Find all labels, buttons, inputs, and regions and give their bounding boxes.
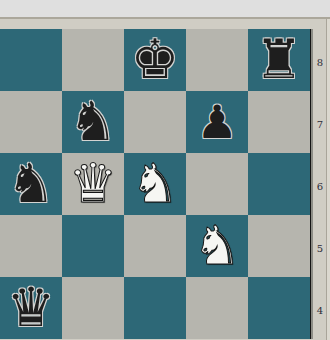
square-g5[interactable]: ♞: [186, 215, 248, 277]
square-h8[interactable]: ♜: [248, 29, 310, 91]
square-f6[interactable]: ♞: [124, 153, 186, 215]
square-d8[interactable]: [0, 29, 62, 91]
piece-black-knight[interactable]: ♞: [0, 153, 62, 215]
piece-white-knight[interactable]: ♞: [186, 215, 248, 277]
square-d7[interactable]: [0, 91, 62, 153]
rank-label-5: 5: [313, 218, 327, 280]
rank-label-6: 6: [313, 156, 327, 218]
square-d6[interactable]: ♞: [0, 153, 62, 215]
square-d5[interactable]: [0, 215, 62, 277]
piece-black-knight[interactable]: ♞: [62, 91, 124, 153]
piece-black-rook[interactable]: ♜: [248, 29, 310, 91]
rank-label-4: 4: [313, 280, 327, 340]
square-h7[interactable]: [248, 91, 310, 153]
piece-white-knight[interactable]: ♞: [124, 153, 186, 215]
square-h5[interactable]: [248, 215, 310, 277]
square-h6[interactable]: [248, 153, 310, 215]
chess-app-window: ♚♜♞♟♞♛♞♞♛ 87654: [0, 0, 330, 340]
piece-black-queen[interactable]: ♛: [0, 277, 62, 339]
chess-board[interactable]: ♚♜♞♟♞♛♞♞♛: [0, 29, 310, 339]
square-g4[interactable]: [186, 277, 248, 339]
square-f5[interactable]: [124, 215, 186, 277]
rank-label-7: 7: [313, 94, 327, 156]
square-h4[interactable]: [248, 277, 310, 339]
square-f4[interactable]: [124, 277, 186, 339]
square-g8[interactable]: [186, 29, 248, 91]
piece-black-king[interactable]: ♚: [124, 29, 186, 91]
square-e6[interactable]: ♛: [62, 153, 124, 215]
piece-black-pawn[interactable]: ♟: [186, 91, 248, 153]
square-e5[interactable]: [62, 215, 124, 277]
square-f8[interactable]: ♚: [124, 29, 186, 91]
square-e7[interactable]: ♞: [62, 91, 124, 153]
square-g7[interactable]: ♟: [186, 91, 248, 153]
piece-white-queen[interactable]: ♛: [62, 153, 124, 215]
square-f7[interactable]: [124, 91, 186, 153]
square-e8[interactable]: [62, 29, 124, 91]
square-g6[interactable]: [186, 153, 248, 215]
window-top-bar: [0, 0, 330, 19]
square-e4[interactable]: [62, 277, 124, 339]
square-d4[interactable]: ♛: [0, 277, 62, 339]
rank-label-8: 8: [313, 32, 327, 94]
